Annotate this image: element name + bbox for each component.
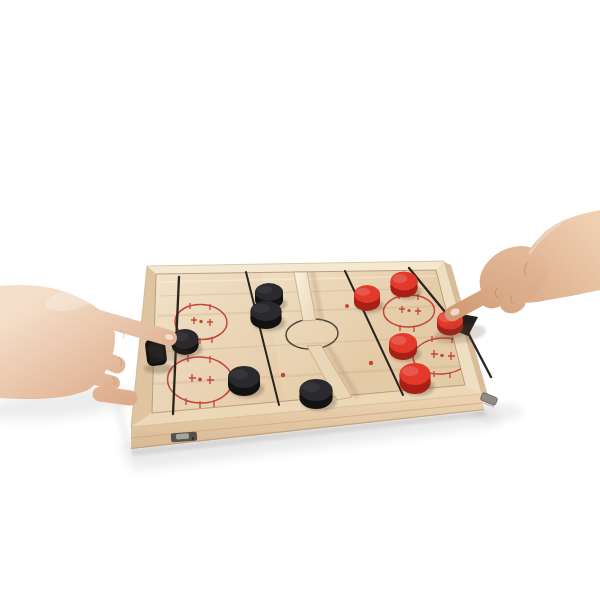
scene [0,0,600,600]
left-thumb [100,394,130,398]
latch-front[interactable] [171,432,198,443]
faceoff-dot [369,361,373,365]
faceoff-dot [345,304,349,308]
left-ring-fingertip [92,377,113,383]
faceoff-dot [281,373,285,377]
sling-puck-photo [0,0,600,600]
left-middle-fingertip [96,356,117,365]
